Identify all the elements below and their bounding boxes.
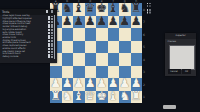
tool-label: debug console [3,56,19,59]
dots-glyph [147,9,149,11]
square-c7[interactable]: ♟ [73,16,85,29]
square-e7[interactable]: ♟ [96,16,108,29]
square-e3[interactable] [96,66,108,79]
square-d8[interactable]: ♛ [85,3,97,16]
file-label-a: a [50,0,62,3]
square-c2[interactable]: ♟ [73,78,85,91]
piece-black-bishop-f8[interactable]: ♝ [108,2,120,16]
square-e4[interactable] [96,53,108,66]
rank-label-7: 7 [143,20,147,24]
piece-black-rook-h8[interactable]: ♜ [131,2,143,16]
dialog-title-bar[interactable]: Inspector [165,33,196,39]
piece-black-pawn-b7[interactable]: ♟ [62,15,74,29]
file-label-e: e [96,0,108,3]
square-b5[interactable] [62,41,74,54]
piece-white-pawn-c2[interactable]: ♟ [73,77,85,91]
piece-white-rook-h1[interactable]: ♜ [131,90,143,104]
piece-black-pawn-c7[interactable]: ♟ [73,15,85,29]
dialog-preview-box[interactable] [169,45,196,70]
square-b4[interactable] [62,53,74,66]
square-e2[interactable]: ♟ [96,78,108,91]
piece-white-pawn-b2[interactable]: ♟ [62,77,74,91]
piece-white-knight-g1[interactable]: ♞ [119,90,131,104]
tools-panel-title: Tools [2,10,9,14]
square-a1[interactable]: ♜ [50,91,62,104]
piece-white-pawn-e2[interactable]: ♟ [96,77,108,91]
dialog-label: Preview [168,40,177,43]
square-h3[interactable] [131,66,143,79]
piece-white-pawn-a2[interactable]: ♟ [50,77,62,91]
ok-button[interactable]: OK [182,69,191,74]
piece-black-knight-g8[interactable]: ♞ [119,2,131,16]
square-f7[interactable]: ♟ [108,16,120,29]
tool-checkbox[interactable] [48,56,50,58]
square-b6[interactable] [62,28,74,41]
square-f1[interactable]: ♝ [108,91,120,104]
cancel-button[interactable]: Cancel [168,69,181,74]
square-f8[interactable]: ♝ [108,3,120,16]
square-h7[interactable]: ♟ [131,16,143,29]
square-b3[interactable] [62,66,74,79]
square-d7[interactable]: ♟ [85,16,97,29]
file-label-b: b [62,0,74,3]
piece-white-pawn-h2[interactable]: ♟ [131,77,143,91]
square-h5[interactable] [131,41,143,54]
square-h6[interactable] [131,28,143,41]
square-b1[interactable]: ♞ [62,91,74,104]
tools-panel: Tools show legal move overlayhighlight a… [0,9,57,63]
piece-white-pawn-f2[interactable]: ♟ [108,77,120,91]
file-label-f: f [108,0,120,3]
chess-board: ♜♞♝♛♚♝♞♜♟♟♟♟♟♟♟♟♟♟♟♟♟♟♟♟♜♞♝♛♚♝♞♜ [50,3,142,103]
tools-list: show legal move overlayhighlight attacke… [0,15,57,59]
file-label-g: g [119,0,131,3]
dots-glyph [147,3,149,5]
piece-black-pawn-f7[interactable]: ♟ [108,15,120,29]
square-f5[interactable] [108,41,120,54]
piece-black-bishop-c8[interactable]: ♝ [73,2,85,16]
file-label-c: c [73,0,85,3]
piece-black-pawn-h7[interactable]: ♟ [131,15,143,29]
square-d1[interactable]: ♛ [85,91,97,104]
rank-label-4: 4 [143,58,147,62]
square-g8[interactable]: ♞ [119,3,131,16]
square-d6[interactable] [85,28,97,41]
square-c1[interactable]: ♝ [73,91,85,104]
square-g2[interactable]: ♟ [119,78,131,91]
square-g7[interactable]: ♟ [119,16,131,29]
close-icon[interactable] [51,10,54,13]
square-g4[interactable] [119,53,131,66]
piece-white-pawn-g2[interactable]: ♟ [119,77,131,91]
square-a2[interactable]: ♟ [50,78,62,91]
square-c4[interactable] [73,53,85,66]
square-d4[interactable] [85,53,97,66]
file-label-h: h [131,0,143,3]
square-e6[interactable] [96,28,108,41]
square-d5[interactable] [85,41,97,54]
piece-black-pawn-d7[interactable]: ♟ [85,15,97,29]
square-e8[interactable]: ♚ [96,3,108,16]
rank-label-1: 1 [143,95,147,99]
pin-icon[interactable] [46,10,49,13]
piece-white-rook-a1[interactable]: ♜ [50,90,62,104]
piece-black-pawn-g7[interactable]: ♟ [119,15,131,29]
square-b8[interactable]: ♞ [62,3,74,16]
square-h4[interactable] [131,53,143,66]
square-b2[interactable]: ♟ [62,78,74,91]
dialog-title: Inspector [165,34,196,37]
square-f2[interactable]: ♟ [108,78,120,91]
rank-label-3: 3 [143,70,147,74]
piece-black-queen-d8[interactable]: ♛ [85,2,97,16]
piece-white-bishop-c1[interactable]: ♝ [73,90,85,104]
square-e1[interactable]: ♚ [96,91,108,104]
square-c8[interactable]: ♝ [73,3,85,16]
square-g1[interactable]: ♞ [119,91,131,104]
dialog-window: Inspector Preview Cancel OK [165,33,196,76]
square-a3[interactable] [50,66,62,79]
app-window: ♜♞♝♛♚♝♞♜♟♟♟♟♟♟♟♟♟♟♟♟♟♟♟♟♜♞♝♛♚♝♞♜ abcdefg… [0,0,200,112]
rank-label-6: 6 [143,33,147,37]
square-g5[interactable] [119,41,131,54]
piece-white-pawn-d2[interactable]: ♟ [85,77,97,91]
piece-black-knight-b8[interactable]: ♞ [62,2,74,16]
rank-label-5: 5 [143,45,147,49]
board-options-dots-icon[interactable] [146,2,151,7]
square-d3[interactable] [85,66,97,79]
status-pill[interactable] [163,105,176,109]
square-b7[interactable]: ♟ [62,16,74,29]
board-settings-dots-icon[interactable] [146,9,151,14]
square-f6[interactable] [108,28,120,41]
piece-black-pawn-e7[interactable]: ♟ [96,15,108,29]
square-h2[interactable]: ♟ [131,78,143,91]
square-c3[interactable] [73,66,85,79]
piece-black-king-e8[interactable]: ♚ [96,2,108,16]
piece-white-king-e1[interactable]: ♚ [96,90,108,104]
square-e5[interactable] [96,41,108,54]
square-g3[interactable] [119,66,131,79]
tool-option-icon[interactable] [51,56,53,58]
piece-white-knight-b1[interactable]: ♞ [62,90,74,104]
square-c6[interactable] [73,28,85,41]
tools-scrollbar[interactable] [54,15,56,59]
square-h8[interactable]: ♜ [131,3,143,16]
piece-white-queen-d1[interactable]: ♛ [85,90,97,104]
piece-white-bishop-f1[interactable]: ♝ [108,90,120,104]
tool-row-15[interactable]: debug console [0,56,57,59]
square-d2[interactable]: ♟ [85,78,97,91]
square-c5[interactable] [73,41,85,54]
square-f3[interactable] [108,66,120,79]
square-f4[interactable] [108,53,120,66]
square-g6[interactable] [119,28,131,41]
file-label-d: d [85,0,97,3]
rank-label-2: 2 [143,83,147,87]
square-h1[interactable]: ♜ [131,91,143,104]
